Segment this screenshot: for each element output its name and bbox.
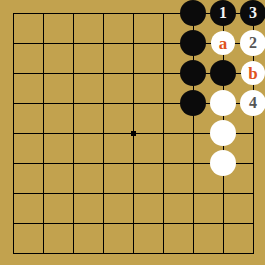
stone-black[interactable] [210,60,236,86]
grid-line-horizontal [13,193,254,194]
point-label-b[interactable]: b [241,61,265,85]
star-point [131,131,136,136]
point-label-a[interactable]: a [211,31,235,55]
stone-black[interactable] [180,30,206,56]
stone-white-move-2[interactable]: 2 [240,30,265,56]
stone-black[interactable] [180,90,206,116]
grid-line-horizontal [13,253,254,254]
stone-black[interactable] [180,60,206,86]
stone-black-move-3[interactable]: 3 [240,0,265,26]
go-board[interactable]: 1324ab [0,0,265,265]
stone-white[interactable] [210,150,236,176]
stone-white-move-4[interactable]: 4 [240,90,265,116]
stone-white[interactable] [210,90,236,116]
stone-black-move-1[interactable]: 1 [210,0,236,26]
grid-line-vertical [163,13,164,254]
stone-white[interactable] [210,120,236,146]
grid-line-horizontal [13,223,254,224]
stone-black[interactable] [180,0,206,26]
